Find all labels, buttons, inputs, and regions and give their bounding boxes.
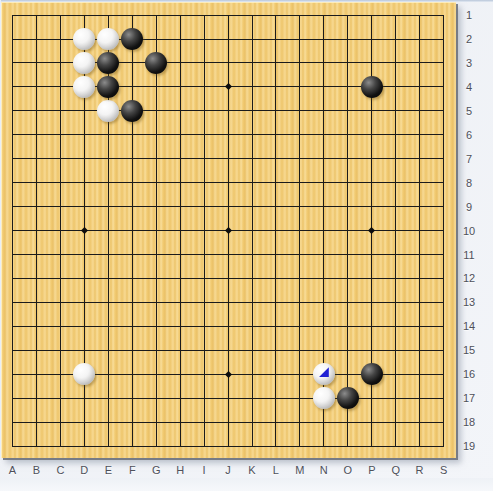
row-label: 12 — [459, 272, 479, 284]
row-label: 8 — [459, 177, 479, 189]
window-left-edge — [0, 0, 1, 458]
column-label: L — [273, 464, 279, 476]
column-label: K — [248, 464, 255, 476]
row-label: 3 — [459, 57, 479, 69]
row-label: 13 — [459, 296, 479, 308]
row-label: 14 — [459, 320, 479, 332]
grid-line-horizontal — [12, 398, 444, 399]
row-label: 7 — [459, 153, 479, 165]
window-top-edge — [0, 0, 493, 2]
column-label: O — [344, 464, 353, 476]
grid-line-vertical — [275, 15, 276, 447]
hoshi-point — [224, 227, 231, 234]
column-label: C — [56, 464, 64, 476]
bottom-gutter — [0, 478, 493, 491]
hoshi-point — [224, 83, 231, 90]
go-board[interactable] — [1, 2, 456, 458]
column-label: N — [320, 464, 328, 476]
grid-line-vertical — [299, 15, 300, 447]
grid-line-horizontal — [12, 446, 444, 447]
column-label: A — [9, 464, 16, 476]
row-label: 6 — [459, 129, 479, 141]
row-label: 11 — [459, 249, 479, 261]
column-label: D — [80, 464, 88, 476]
white-stone — [73, 76, 95, 98]
grid-line-horizontal — [12, 422, 444, 423]
white-stone — [97, 28, 119, 50]
row-label: 19 — [459, 440, 479, 452]
black-stone — [121, 100, 143, 122]
row-label: 10 — [459, 225, 479, 237]
hoshi-point — [368, 227, 375, 234]
grid-line-vertical — [395, 15, 396, 447]
black-stone — [97, 52, 119, 74]
row-label: 16 — [459, 368, 479, 380]
black-stone — [361, 76, 383, 98]
white-stone — [313, 387, 335, 409]
grid-line-vertical — [347, 15, 348, 447]
row-label: 4 — [459, 81, 479, 93]
column-label: S — [440, 464, 447, 476]
column-label: J — [225, 464, 231, 476]
black-stone — [145, 52, 167, 74]
row-label: 2 — [459, 33, 479, 45]
grid-line-horizontal — [12, 350, 444, 351]
white-stone — [73, 52, 95, 74]
white-stone — [73, 363, 95, 385]
black-stone — [361, 363, 383, 385]
column-label: B — [33, 464, 40, 476]
column-label: R — [416, 464, 424, 476]
go-applet-window: ABCDEFGHIJKLMNOPQRS 12345678910111213141… — [0, 0, 493, 491]
hoshi-point — [224, 371, 231, 378]
last-move-marker-triangle — [319, 367, 329, 377]
row-label: 1 — [459, 9, 479, 21]
column-label: P — [368, 464, 375, 476]
white-stone — [313, 363, 335, 385]
grid-line-horizontal — [12, 302, 444, 303]
grid-line-horizontal — [12, 326, 444, 327]
row-label: 5 — [459, 105, 479, 117]
column-label: H — [176, 464, 184, 476]
column-label: I — [203, 464, 206, 476]
grid-line-horizontal — [12, 278, 444, 279]
grid-line-vertical — [419, 15, 420, 447]
grid-line-horizontal — [12, 254, 444, 255]
black-stone — [97, 76, 119, 98]
column-label: M — [295, 464, 304, 476]
grid-line-vertical — [443, 15, 444, 447]
white-stone — [73, 28, 95, 50]
hoshi-point — [81, 227, 88, 234]
grid-line-vertical — [252, 15, 253, 447]
column-label: Q — [391, 464, 400, 476]
row-label: 17 — [459, 392, 479, 404]
column-label: F — [129, 464, 136, 476]
row-label: 15 — [459, 344, 479, 356]
white-stone — [97, 100, 119, 122]
row-label: 9 — [459, 201, 479, 213]
row-label: 18 — [459, 416, 479, 428]
column-label: E — [105, 464, 112, 476]
column-label: G — [152, 464, 161, 476]
black-stone — [337, 387, 359, 409]
black-stone — [121, 28, 143, 50]
